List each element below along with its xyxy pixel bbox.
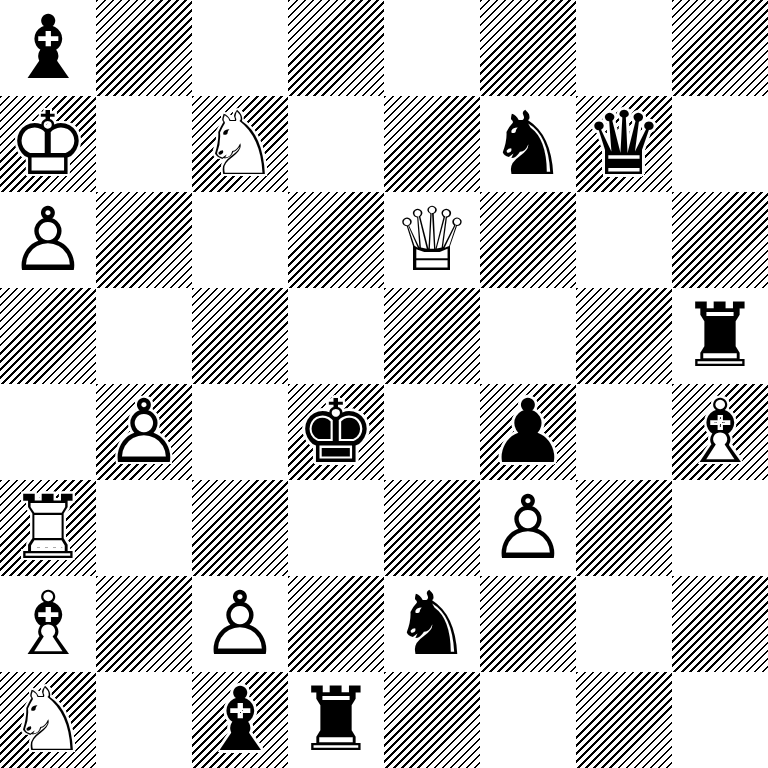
black-queen-piece[interactable]: ♛ <box>576 96 672 192</box>
square-d1[interactable]: ♜ <box>288 672 384 768</box>
white-queen-piece[interactable]: ♛♕ <box>384 192 480 288</box>
square-d8[interactable] <box>288 0 384 96</box>
bishop-solid-icon: ♝ <box>0 0 96 96</box>
white-bishop-piece[interactable]: ♝♗ <box>0 576 96 672</box>
bishop-solid-icon: ♝ <box>192 672 288 768</box>
square-d7[interactable] <box>288 96 384 192</box>
bishop-outline-icon: ♗ <box>672 384 768 480</box>
pawn-outline-icon: ♙ <box>192 576 288 672</box>
white-pawn-piece[interactable]: ♟♙ <box>192 576 288 672</box>
square-e5[interactable] <box>384 288 480 384</box>
square-b6[interactable] <box>96 192 192 288</box>
square-e6[interactable]: ♛♕ <box>384 192 480 288</box>
pawn-outline-icon: ♙ <box>480 480 576 576</box>
square-a5[interactable] <box>0 288 96 384</box>
square-f3[interactable]: ♟♙ <box>480 480 576 576</box>
black-bishop-piece[interactable]: ♝ <box>0 0 96 96</box>
square-c1[interactable]: ♝ <box>192 672 288 768</box>
square-c7[interactable]: ♞♘ <box>192 96 288 192</box>
king-outline-icon: ♔ <box>0 96 96 192</box>
square-d3[interactable] <box>288 480 384 576</box>
square-a6[interactable]: ♟♙ <box>0 192 96 288</box>
rook-outline-icon: ♖ <box>0 480 96 576</box>
white-king-piece[interactable]: ♚♔ <box>0 96 96 192</box>
square-d5[interactable] <box>288 288 384 384</box>
black-knight-piece[interactable]: ♞ <box>480 96 576 192</box>
square-g6[interactable] <box>576 192 672 288</box>
white-pawn-piece[interactable]: ♟♙ <box>96 384 192 480</box>
square-g4[interactable] <box>576 384 672 480</box>
pawn-outline-icon: ♙ <box>96 384 192 480</box>
black-rook-piece[interactable]: ♜ <box>288 672 384 768</box>
square-e7[interactable] <box>384 96 480 192</box>
chess-board: ♝♚♔♞♘♞♛♟♙♛♕♜♟♙♚♟♝♗♜♖♟♙♝♗♟♙♞♞♘♝♜ <box>0 0 768 768</box>
square-h8[interactable] <box>672 0 768 96</box>
pawn-outline-icon: ♙ <box>0 192 96 288</box>
pawn-solid-icon: ♟ <box>480 384 576 480</box>
square-b1[interactable] <box>96 672 192 768</box>
square-h1[interactable] <box>672 672 768 768</box>
square-g8[interactable] <box>576 0 672 96</box>
square-c2[interactable]: ♟♙ <box>192 576 288 672</box>
square-b2[interactable] <box>96 576 192 672</box>
square-g2[interactable] <box>576 576 672 672</box>
square-c5[interactable] <box>192 288 288 384</box>
square-f7[interactable]: ♞ <box>480 96 576 192</box>
black-pawn-piece[interactable]: ♟ <box>480 384 576 480</box>
square-b5[interactable] <box>96 288 192 384</box>
square-g1[interactable] <box>576 672 672 768</box>
knight-outline-icon: ♘ <box>192 96 288 192</box>
square-a7[interactable]: ♚♔ <box>0 96 96 192</box>
square-g5[interactable] <box>576 288 672 384</box>
rook-solid-icon: ♜ <box>672 288 768 384</box>
black-king-piece[interactable]: ♚ <box>288 384 384 480</box>
square-e2[interactable]: ♞ <box>384 576 480 672</box>
square-e8[interactable] <box>384 0 480 96</box>
square-f2[interactable] <box>480 576 576 672</box>
knight-solid-icon: ♞ <box>384 576 480 672</box>
square-g3[interactable] <box>576 480 672 576</box>
square-f5[interactable] <box>480 288 576 384</box>
black-knight-piece[interactable]: ♞ <box>384 576 480 672</box>
square-h2[interactable] <box>672 576 768 672</box>
square-e4[interactable] <box>384 384 480 480</box>
square-c3[interactable] <box>192 480 288 576</box>
white-bishop-piece[interactable]: ♝♗ <box>672 384 768 480</box>
square-b8[interactable] <box>96 0 192 96</box>
square-a1[interactable]: ♞♘ <box>0 672 96 768</box>
white-knight-piece[interactable]: ♞♘ <box>0 672 96 768</box>
square-d6[interactable] <box>288 192 384 288</box>
square-d2[interactable] <box>288 576 384 672</box>
square-b4[interactable]: ♟♙ <box>96 384 192 480</box>
square-d4[interactable]: ♚ <box>288 384 384 480</box>
square-a3[interactable]: ♜♖ <box>0 480 96 576</box>
square-a2[interactable]: ♝♗ <box>0 576 96 672</box>
square-h4[interactable]: ♝♗ <box>672 384 768 480</box>
square-f8[interactable] <box>480 0 576 96</box>
king-solid-icon: ♚ <box>288 384 384 480</box>
square-e3[interactable] <box>384 480 480 576</box>
square-e1[interactable] <box>384 672 480 768</box>
square-f4[interactable]: ♟ <box>480 384 576 480</box>
white-pawn-piece[interactable]: ♟♙ <box>0 192 96 288</box>
square-b7[interactable] <box>96 96 192 192</box>
square-h5[interactable]: ♜ <box>672 288 768 384</box>
square-a4[interactable] <box>0 384 96 480</box>
square-c8[interactable] <box>192 0 288 96</box>
square-h3[interactable] <box>672 480 768 576</box>
square-b3[interactable] <box>96 480 192 576</box>
knight-outline-icon: ♘ <box>0 672 96 768</box>
white-knight-piece[interactable]: ♞♘ <box>192 96 288 192</box>
square-f1[interactable] <box>480 672 576 768</box>
knight-solid-icon: ♞ <box>480 96 576 192</box>
square-a8[interactable]: ♝ <box>0 0 96 96</box>
white-rook-piece[interactable]: ♜♖ <box>0 480 96 576</box>
queen-solid-icon: ♛ <box>576 96 672 192</box>
square-c4[interactable] <box>192 384 288 480</box>
white-pawn-piece[interactable]: ♟♙ <box>480 480 576 576</box>
square-h7[interactable] <box>672 96 768 192</box>
black-rook-piece[interactable]: ♜ <box>672 288 768 384</box>
bishop-outline-icon: ♗ <box>0 576 96 672</box>
square-h6[interactable] <box>672 192 768 288</box>
square-c6[interactable] <box>192 192 288 288</box>
square-f6[interactable] <box>480 192 576 288</box>
rook-solid-icon: ♜ <box>288 672 384 768</box>
square-g7[interactable]: ♛ <box>576 96 672 192</box>
black-bishop-piece[interactable]: ♝ <box>192 672 288 768</box>
queen-outline-icon: ♕ <box>384 192 480 288</box>
